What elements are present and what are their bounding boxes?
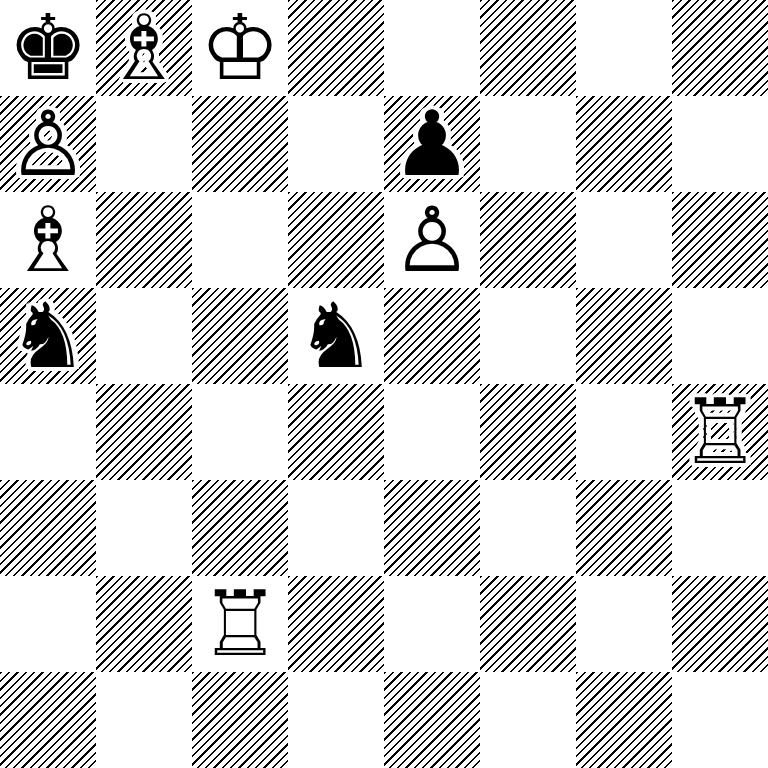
square-c2[interactable]: ♖ [192,576,288,672]
square-h3[interactable] [672,480,768,576]
square-g3[interactable] [576,480,672,576]
white-pawn-a7: ♙ [8,96,89,192]
square-g5[interactable] [576,288,672,384]
square-h2[interactable] [672,576,768,672]
white-rook-h4: ♖ [680,384,761,480]
square-c4[interactable] [192,384,288,480]
square-e6[interactable]: ♙ [384,192,480,288]
square-g2[interactable] [576,576,672,672]
square-d2[interactable] [288,576,384,672]
square-f7[interactable] [480,96,576,192]
square-b2[interactable] [96,576,192,672]
square-b5[interactable] [96,288,192,384]
black-knight-a5: ♞ [8,288,89,384]
square-e7[interactable]: ♟ [384,96,480,192]
square-c8[interactable]: ♔ [192,0,288,96]
square-a7[interactable]: ♙ [0,96,96,192]
square-c5[interactable] [192,288,288,384]
white-king-c8: ♔ [200,0,281,96]
square-e5[interactable] [384,288,480,384]
square-e2[interactable] [384,576,480,672]
black-king-a8: ♚ [8,0,89,96]
white-rook-c2: ♖ [200,576,281,672]
square-d6[interactable] [288,192,384,288]
chess-board: ♚♗♔♙♟♗♙♞♞♖♖ [0,0,768,768]
square-a6[interactable]: ♗ [0,192,96,288]
chess-board-diagram: ♚♗♔♙♟♗♙♞♞♖♖ [0,0,768,768]
square-e1[interactable] [384,672,480,768]
black-pawn-e7: ♟ [392,96,473,192]
square-h6[interactable] [672,192,768,288]
square-d5[interactable]: ♞ [288,288,384,384]
square-b3[interactable] [96,480,192,576]
square-a1[interactable] [0,672,96,768]
square-h7[interactable] [672,96,768,192]
black-knight-d5: ♞ [296,288,377,384]
square-a3[interactable] [0,480,96,576]
square-a8[interactable]: ♚ [0,0,96,96]
white-pawn-e6: ♙ [392,192,473,288]
square-d3[interactable] [288,480,384,576]
square-b6[interactable] [96,192,192,288]
square-d7[interactable] [288,96,384,192]
square-c7[interactable] [192,96,288,192]
square-f6[interactable] [480,192,576,288]
square-e4[interactable] [384,384,480,480]
square-f8[interactable] [480,0,576,96]
square-b4[interactable] [96,384,192,480]
square-a4[interactable] [0,384,96,480]
square-b7[interactable] [96,96,192,192]
square-g6[interactable] [576,192,672,288]
square-g1[interactable] [576,672,672,768]
square-d4[interactable] [288,384,384,480]
square-f3[interactable] [480,480,576,576]
square-a2[interactable] [0,576,96,672]
square-c1[interactable] [192,672,288,768]
square-c3[interactable] [192,480,288,576]
square-h1[interactable] [672,672,768,768]
square-a5[interactable]: ♞ [0,288,96,384]
square-c6[interactable] [192,192,288,288]
square-h4[interactable]: ♖ [672,384,768,480]
square-f1[interactable] [480,672,576,768]
square-f4[interactable] [480,384,576,480]
square-d1[interactable] [288,672,384,768]
square-g8[interactable] [576,0,672,96]
square-e3[interactable] [384,480,480,576]
square-d8[interactable] [288,0,384,96]
white-bishop-b8: ♗ [104,0,185,96]
square-h5[interactable] [672,288,768,384]
square-f5[interactable] [480,288,576,384]
white-bishop-a6: ♗ [8,192,89,288]
square-e8[interactable] [384,0,480,96]
square-b1[interactable] [96,672,192,768]
square-g4[interactable] [576,384,672,480]
square-g7[interactable] [576,96,672,192]
square-b8[interactable]: ♗ [96,0,192,96]
square-h8[interactable] [672,0,768,96]
square-f2[interactable] [480,576,576,672]
